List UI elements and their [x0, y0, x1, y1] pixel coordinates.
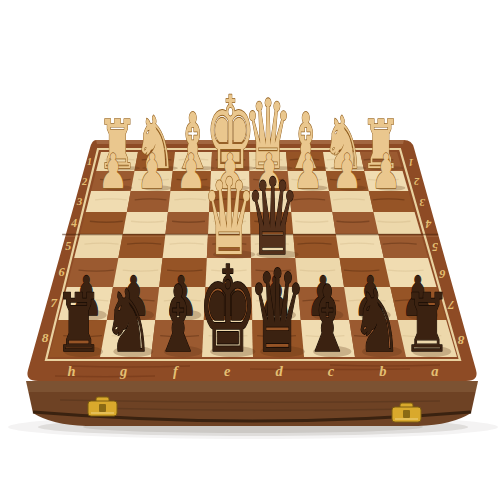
rank-label-left-3: 3 — [76, 195, 83, 207]
chess-board-scene: 1122334455667788hgfedcba♜♞♝♚♛♝♞♜♟♟♟♟♟♟♟♟… — [0, 0, 500, 500]
square-b4 — [332, 212, 378, 234]
piece-black-bishop-c8: ♝ — [304, 267, 351, 374]
rank-label-right-4: 4 — [425, 218, 432, 230]
front-face-top-sheen — [26, 381, 478, 392]
rank-label-left-1: 1 — [87, 156, 92, 167]
square-g4 — [123, 212, 168, 234]
piece-white-pawn-b2: ♟ — [332, 144, 362, 200]
rank-label-left-8: 8 — [42, 330, 49, 345]
piece-black-knight-g8: ♞ — [103, 272, 153, 372]
piece-white-pawn-g2: ♟ — [137, 144, 167, 200]
square-b5 — [336, 234, 384, 258]
rank-label-left-5: 5 — [65, 239, 71, 253]
rank-label-right-5: 5 — [432, 240, 438, 254]
chess-set-photo: 1122334455667788hgfedcba♜♞♝♚♛♝♞♜♟♟♟♟♟♟♟♟… — [0, 0, 500, 500]
rank-label-right-1: 1 — [409, 157, 414, 168]
square-a5 — [378, 234, 428, 258]
rank-label-right-3: 3 — [419, 197, 426, 209]
square-g5 — [118, 234, 165, 258]
piece-black-bishop-f8: ♝ — [155, 267, 202, 374]
rank-label-left-4: 4 — [70, 217, 77, 229]
piece-black-queen-d8: ♛ — [248, 246, 306, 379]
piece-white-pawn-h2: ♟ — [98, 144, 128, 200]
piece-black-rook-h8: ♜ — [54, 276, 102, 370]
square-a4 — [373, 212, 421, 234]
rank-label-right-2: 2 — [413, 176, 420, 187]
piece-black-rook-a8: ♜ — [403, 276, 451, 370]
piece-white-pawn-a2: ♟ — [371, 144, 401, 200]
rank-label-right-8: 8 — [457, 333, 464, 348]
piece-black-knight-b8: ♞ — [352, 272, 402, 372]
rank-label-left-2: 2 — [81, 176, 88, 187]
square-h5 — [74, 234, 123, 258]
square-h4 — [80, 212, 127, 234]
